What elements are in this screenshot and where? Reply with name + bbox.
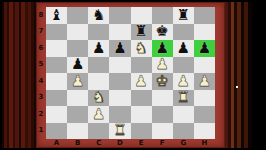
square-d4[interactable] bbox=[109, 73, 130, 90]
square-c1[interactable] bbox=[88, 123, 109, 140]
piece-black-pawn[interactable]: ♟ bbox=[198, 40, 211, 55]
square-g6[interactable]: ♟ bbox=[173, 40, 194, 57]
chess-board[interactable]: ♝♞♜♜♚♟♟♞♟♟♟♟♟♟♟♚♟♟♞♜♟♜ bbox=[46, 7, 215, 139]
rank-label-1: 1 bbox=[36, 123, 46, 140]
square-c5[interactable] bbox=[88, 57, 109, 74]
square-h2[interactable] bbox=[194, 106, 215, 123]
square-d6[interactable]: ♟ bbox=[109, 40, 130, 57]
square-e1[interactable] bbox=[131, 123, 152, 140]
file-label-f: F bbox=[152, 139, 173, 148]
square-a8[interactable]: ♝ bbox=[46, 7, 67, 24]
square-d5[interactable] bbox=[109, 57, 130, 74]
square-a3[interactable] bbox=[46, 90, 67, 107]
square-h8[interactable] bbox=[194, 7, 215, 24]
square-a5[interactable] bbox=[46, 57, 67, 74]
cursor-dot bbox=[236, 86, 238, 88]
square-e4[interactable]: ♟ bbox=[131, 73, 152, 90]
square-a1[interactable] bbox=[46, 123, 67, 140]
square-b1[interactable] bbox=[67, 123, 88, 140]
file-label-e: E bbox=[131, 139, 152, 148]
piece-white-king[interactable]: ♚ bbox=[155, 73, 168, 88]
square-a4[interactable] bbox=[46, 73, 67, 90]
square-d8[interactable] bbox=[109, 7, 130, 24]
rank-label-6: 6 bbox=[36, 40, 46, 57]
square-h6[interactable]: ♟ bbox=[194, 40, 215, 57]
rank-label-5: 5 bbox=[36, 57, 46, 74]
square-f4[interactable]: ♚ bbox=[152, 73, 173, 90]
file-label-g: G bbox=[173, 139, 194, 148]
wood-background-right bbox=[225, 0, 266, 150]
piece-white-rook[interactable]: ♜ bbox=[177, 90, 190, 105]
piece-black-rook[interactable]: ♜ bbox=[134, 24, 147, 39]
square-d1[interactable]: ♜ bbox=[109, 123, 130, 140]
square-g3[interactable]: ♜ bbox=[173, 90, 194, 107]
square-e2[interactable] bbox=[131, 106, 152, 123]
piece-white-pawn[interactable]: ♟ bbox=[198, 73, 211, 88]
square-a2[interactable] bbox=[46, 106, 67, 123]
file-label-b: B bbox=[67, 139, 88, 148]
square-a6[interactable] bbox=[46, 40, 67, 57]
piece-black-pawn[interactable]: ♟ bbox=[92, 40, 105, 55]
piece-white-rook[interactable]: ♜ bbox=[113, 123, 126, 138]
rank-label-2: 2 bbox=[36, 106, 46, 123]
bottom-black-edge bbox=[0, 148, 266, 150]
square-c8[interactable]: ♞ bbox=[88, 7, 109, 24]
square-a7[interactable] bbox=[46, 24, 67, 41]
square-g2[interactable] bbox=[173, 106, 194, 123]
piece-black-bishop[interactable]: ♝ bbox=[50, 7, 63, 22]
file-label-a: A bbox=[46, 139, 67, 148]
piece-black-pawn[interactable]: ♟ bbox=[71, 57, 84, 72]
square-h3[interactable] bbox=[194, 90, 215, 107]
square-c2[interactable]: ♟ bbox=[88, 106, 109, 123]
square-h1[interactable] bbox=[194, 123, 215, 140]
piece-white-pawn[interactable]: ♟ bbox=[177, 73, 190, 88]
square-g8[interactable]: ♜ bbox=[173, 7, 194, 24]
square-b7[interactable] bbox=[67, 24, 88, 41]
chess-app-screen: 87654321 ABCDEFGH ♝♞♜♜♚♟♟♞♟♟♟♟♟♟♟♚♟♟♞♜♟♜ bbox=[0, 0, 266, 150]
piece-white-pawn[interactable]: ♟ bbox=[134, 73, 147, 88]
square-b3[interactable] bbox=[67, 90, 88, 107]
square-h4[interactable]: ♟ bbox=[194, 73, 215, 90]
rank-labels: 87654321 bbox=[36, 7, 46, 139]
piece-black-pawn[interactable]: ♟ bbox=[155, 40, 168, 55]
piece-white-knight[interactable]: ♞ bbox=[92, 90, 105, 105]
piece-black-pawn[interactable]: ♟ bbox=[177, 40, 190, 55]
rank-label-3: 3 bbox=[36, 90, 46, 107]
square-d3[interactable] bbox=[109, 90, 130, 107]
file-label-h: H bbox=[194, 139, 215, 148]
file-label-d: D bbox=[109, 139, 130, 148]
rank-label-4: 4 bbox=[36, 73, 46, 90]
square-b4[interactable]: ♟ bbox=[67, 73, 88, 90]
piece-black-king[interactable]: ♚ bbox=[155, 24, 168, 39]
square-c6[interactable]: ♟ bbox=[88, 40, 109, 57]
square-b8[interactable] bbox=[67, 7, 88, 24]
file-labels: ABCDEFGH bbox=[46, 139, 215, 148]
square-f1[interactable] bbox=[152, 123, 173, 140]
square-f2[interactable] bbox=[152, 106, 173, 123]
piece-black-knight[interactable]: ♞ bbox=[92, 7, 105, 22]
square-g1[interactable] bbox=[173, 123, 194, 140]
piece-white-knight[interactable]: ♞ bbox=[134, 40, 147, 55]
square-f3[interactable] bbox=[152, 90, 173, 107]
piece-white-pawn[interactable]: ♟ bbox=[71, 73, 84, 88]
square-e6[interactable]: ♞ bbox=[131, 40, 152, 57]
wood-background-left bbox=[0, 0, 36, 150]
square-b2[interactable] bbox=[67, 106, 88, 123]
piece-white-pawn[interactable]: ♟ bbox=[92, 106, 105, 121]
square-e3[interactable] bbox=[131, 90, 152, 107]
rank-label-7: 7 bbox=[36, 24, 46, 41]
piece-black-rook[interactable]: ♜ bbox=[177, 7, 190, 22]
file-label-c: C bbox=[88, 139, 109, 148]
piece-black-pawn[interactable]: ♟ bbox=[113, 40, 126, 55]
rank-label-8: 8 bbox=[36, 7, 46, 24]
piece-white-pawn[interactable]: ♟ bbox=[155, 57, 168, 72]
